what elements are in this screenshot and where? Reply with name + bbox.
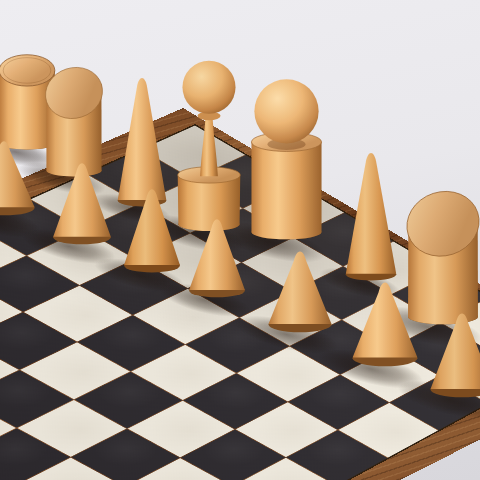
chessboard xyxy=(0,0,480,480)
product-photo-scene xyxy=(0,0,480,480)
